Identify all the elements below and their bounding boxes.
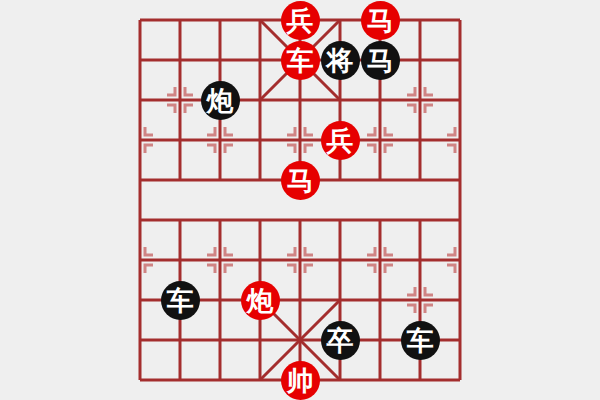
piece-black-cannon[interactable]: 炮 (201, 81, 240, 120)
piece-black-soldier[interactable]: 卒 (321, 321, 360, 360)
app-background: { "game": "xiangqi", "position": { "fen"… (0, 0, 600, 400)
piece-black-general[interactable]: 将 (321, 41, 360, 80)
piece-black-horse[interactable]: 马 (361, 41, 400, 80)
pieces-layer[interactable]: 兵马车将马炮兵马车炮卒车帅 (120, 0, 480, 400)
piece-red-horse[interactable]: 马 (361, 1, 400, 40)
piece-black-chariot[interactable]: 车 (401, 321, 440, 360)
xiangqi-board: 兵马车将马炮兵马车炮卒车帅 (0, 0, 600, 400)
piece-black-chariot[interactable]: 车 (161, 281, 200, 320)
piece-red-soldier[interactable]: 兵 (281, 1, 320, 40)
screenshot-canvas: 兵马车将马炮兵马车炮卒车帅 (0, 0, 600, 400)
piece-red-general[interactable]: 帅 (281, 361, 320, 400)
piece-red-cannon[interactable]: 炮 (241, 281, 280, 320)
piece-red-horse[interactable]: 马 (281, 161, 320, 200)
piece-red-soldier[interactable]: 兵 (321, 121, 360, 160)
piece-red-chariot[interactable]: 车 (281, 41, 320, 80)
